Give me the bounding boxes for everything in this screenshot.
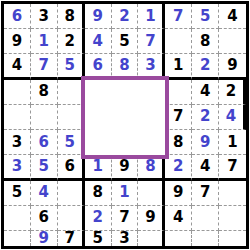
cell-r5c6[interactable]: 5 (58, 130, 85, 155)
cell-r4c8[interactable] (31, 105, 58, 130)
cell-r5c5[interactable]: 6 (31, 130, 58, 155)
cell-r7c4: 8 (85, 181, 112, 206)
cell-r7c9[interactable] (219, 181, 246, 206)
cell-r2c7[interactable] (165, 29, 192, 54)
cell-r4c2: 8 (31, 80, 58, 105)
cell-r7c1: 5 (4, 181, 31, 206)
cell-r3c7: 1 (165, 54, 192, 79)
cell-r4c9[interactable] (58, 105, 85, 130)
cell-r6c5: 9 (112, 155, 139, 180)
cell-r5c1: 7 (165, 105, 192, 130)
cell-r1c8[interactable]: 5 (192, 4, 219, 29)
cell-r7c5[interactable]: 1 (112, 181, 139, 206)
cell-r4c1[interactable] (4, 80, 31, 105)
cell-r5c9: 1 (219, 130, 246, 155)
cell-r6c6[interactable]: 8 (138, 155, 165, 180)
cell-r9c4: 5 (85, 231, 112, 246)
cell-r8c5: 7 (112, 206, 139, 231)
cell-r4c5: 4 (192, 80, 219, 105)
cell-r3c1: 4 (4, 54, 31, 79)
cell-r5c7: 8 (165, 130, 192, 155)
cell-r2c5: 5 (112, 29, 139, 54)
cell-r7c8: 7 (192, 181, 219, 206)
cell-r2c3: 2 (58, 29, 85, 54)
sudoku-app: 6389217549124578475683129842724365891356… (0, 0, 250, 250)
cell-r9c5: 3 (112, 231, 139, 246)
cell-r3c6[interactable]: 3 (138, 54, 165, 79)
cell-r1c7[interactable]: 7 (165, 4, 192, 29)
cell-r3c9: 9 (219, 54, 246, 79)
cell-r5c8[interactable]: 9 (192, 130, 219, 155)
cell-r3c3[interactable]: 5 (58, 54, 85, 79)
sudoku-board: 6389217549124578475683129842724365891356… (1, 1, 249, 249)
cell-r1c9: 4 (219, 4, 246, 29)
cell-r2c6[interactable]: 7 (138, 29, 165, 54)
cell-r8c3[interactable] (58, 206, 85, 231)
cell-r9c6[interactable] (138, 231, 165, 246)
cell-r8c4[interactable]: 2 (85, 206, 112, 231)
cell-r8c7: 4 (165, 206, 192, 231)
cell-r7c3[interactable] (58, 181, 85, 206)
cell-r6c7[interactable]: 2 (165, 155, 192, 180)
cell-r9c8[interactable] (192, 231, 219, 246)
cell-r1c6[interactable]: 1 (138, 4, 165, 29)
cell-r2c1: 9 (4, 29, 31, 54)
cell-r8c2: 6 (31, 206, 58, 231)
cell-r2c2[interactable]: 1 (31, 29, 58, 54)
cell-r5c2[interactable]: 2 (192, 105, 219, 130)
cell-r6c2[interactable]: 5 (31, 155, 58, 180)
cell-r9c1[interactable] (4, 231, 31, 246)
cell-r6c4[interactable]: 1 (85, 155, 112, 180)
cell-r7c6[interactable] (138, 181, 165, 206)
cell-r9c3: 7 (58, 231, 85, 246)
cell-r6c8: 4 (192, 155, 219, 180)
cell-r4c6: 2 (219, 80, 246, 105)
cell-r9c2[interactable]: 9 (31, 231, 58, 246)
cell-r6c1[interactable]: 3 (4, 155, 31, 180)
cell-r2c8: 8 (192, 29, 219, 54)
cell-r2c4[interactable]: 4 (85, 29, 112, 54)
cell-r8c6: 9 (138, 206, 165, 231)
cell-r3c8[interactable]: 2 (192, 54, 219, 79)
cell-r3c2[interactable]: 7 (31, 54, 58, 79)
cell-r3c5[interactable]: 8 (112, 54, 139, 79)
cell-r7c2[interactable]: 4 (31, 181, 58, 206)
cell-r7c7: 9 (165, 181, 192, 206)
cell-r5c4: 3 (4, 130, 31, 155)
cell-r6c9: 7 (219, 155, 246, 180)
cell-r1c2: 3 (31, 4, 58, 29)
cell-r4c3[interactable] (58, 80, 85, 105)
cell-r6c3: 6 (58, 155, 85, 180)
cell-r9c9[interactable] (219, 231, 246, 246)
cell-r8c9[interactable] (219, 206, 246, 231)
cell-r2c9[interactable] (219, 29, 246, 54)
cell-r1c5[interactable]: 2 (112, 4, 139, 29)
cell-r4c4[interactable] (165, 80, 192, 105)
highlighted-box (81, 76, 170, 160)
cell-r8c1[interactable] (4, 206, 31, 231)
cell-r1c1[interactable]: 6 (4, 4, 31, 29)
cell-r3c4[interactable]: 6 (85, 54, 112, 79)
cell-r5c3[interactable]: 4 (219, 105, 246, 130)
cell-r4c7[interactable] (4, 105, 31, 130)
cell-r8c8[interactable] (192, 206, 219, 231)
cell-r1c3: 8 (58, 4, 85, 29)
cell-r1c4[interactable]: 9 (85, 4, 112, 29)
cell-r9c7[interactable] (165, 231, 192, 246)
